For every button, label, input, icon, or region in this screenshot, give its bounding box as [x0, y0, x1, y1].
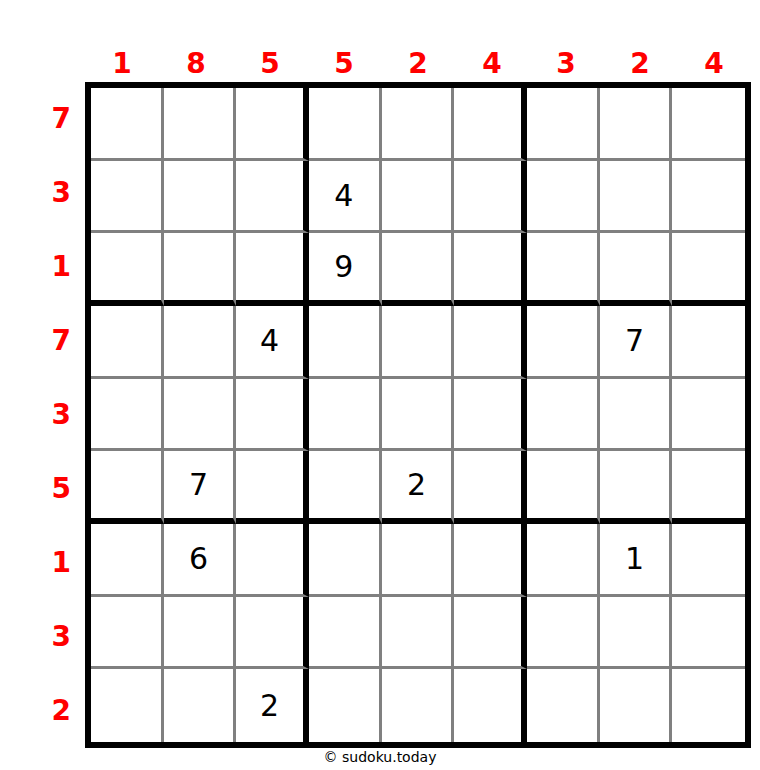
cell-r8c9[interactable]	[672, 597, 745, 670]
cell-r2c3[interactable]	[236, 161, 309, 234]
cell-r8c6[interactable]	[454, 597, 527, 670]
cell-r4c2[interactable]	[164, 306, 237, 379]
cell-r2c7[interactable]	[527, 161, 600, 234]
top-clue-col9: 4	[704, 50, 723, 78]
cell-r3c1[interactable]	[91, 233, 164, 306]
given-cell-r6c5[interactable]: 2	[382, 451, 455, 524]
cell-r1c6[interactable]	[454, 88, 527, 161]
cell-r3c7[interactable]	[527, 233, 600, 306]
cell-r1c1[interactable]	[91, 88, 164, 161]
cell-r8c8[interactable]	[600, 597, 673, 670]
cell-r8c5[interactable]	[382, 597, 455, 670]
cell-r5c2[interactable]	[164, 379, 237, 452]
cell-r7c4[interactable]	[309, 524, 382, 597]
top-clue-col7: 3	[556, 50, 575, 78]
cell-r6c8[interactable]	[600, 451, 673, 524]
cell-r5c6[interactable]	[454, 379, 527, 452]
copyright-text: © sudoku.today	[0, 749, 760, 765]
top-clue-col8: 2	[630, 50, 649, 78]
given-cell-r7c8[interactable]: 1	[600, 524, 673, 597]
cell-r7c9[interactable]	[672, 524, 745, 597]
cell-r2c9[interactable]	[672, 161, 745, 234]
cell-r8c2[interactable]	[164, 597, 237, 670]
cell-r2c5[interactable]	[382, 161, 455, 234]
left-clue-row4: 7	[52, 327, 71, 355]
cell-r2c1[interactable]	[91, 161, 164, 234]
cell-r9c1[interactable]	[91, 669, 164, 742]
given-cell-r2c4[interactable]: 4	[309, 161, 382, 234]
cell-r5c3[interactable]	[236, 379, 309, 452]
left-clue-row3: 1	[52, 253, 71, 281]
cell-r3c3[interactable]	[236, 233, 309, 306]
top-clue-col6: 4	[482, 50, 501, 78]
cell-r4c5[interactable]	[382, 306, 455, 379]
top-clue-col3: 5	[260, 50, 279, 78]
cell-r9c6[interactable]	[454, 669, 527, 742]
left-clue-row1: 7	[52, 105, 71, 133]
cell-r9c4[interactable]	[309, 669, 382, 742]
cell-r8c7[interactable]	[527, 597, 600, 670]
cell-r7c6[interactable]	[454, 524, 527, 597]
top-clue-col1: 1	[112, 50, 131, 78]
cell-r9c2[interactable]	[164, 669, 237, 742]
given-cell-r3c4[interactable]: 9	[309, 233, 382, 306]
cell-r6c1[interactable]	[91, 451, 164, 524]
cell-r9c9[interactable]	[672, 669, 745, 742]
cell-r8c3[interactable]	[236, 597, 309, 670]
given-cell-r9c3[interactable]: 2	[236, 669, 309, 742]
cell-r4c7[interactable]	[527, 306, 600, 379]
cell-r1c2[interactable]	[164, 88, 237, 161]
cell-r3c9[interactable]	[672, 233, 745, 306]
cell-r7c1[interactable]	[91, 524, 164, 597]
cell-r1c9[interactable]	[672, 88, 745, 161]
cell-r1c5[interactable]	[382, 88, 455, 161]
left-clue-row7: 1	[52, 549, 71, 577]
cell-r6c6[interactable]	[454, 451, 527, 524]
cell-r5c7[interactable]	[527, 379, 600, 452]
cell-r3c2[interactable]	[164, 233, 237, 306]
cell-r5c4[interactable]	[309, 379, 382, 452]
cell-r3c5[interactable]	[382, 233, 455, 306]
cell-r9c7[interactable]	[527, 669, 600, 742]
cell-r4c1[interactable]	[91, 306, 164, 379]
cell-r4c6[interactable]	[454, 306, 527, 379]
left-clue-row5: 3	[52, 401, 71, 429]
cell-r8c4[interactable]	[309, 597, 382, 670]
top-clue-col2: 8	[186, 50, 205, 78]
cell-r2c2[interactable]	[164, 161, 237, 234]
given-cell-r4c8[interactable]: 7	[600, 306, 673, 379]
cell-r5c5[interactable]	[382, 379, 455, 452]
cell-r1c8[interactable]	[600, 88, 673, 161]
cell-r2c8[interactable]	[600, 161, 673, 234]
left-clue-row9: 2	[52, 697, 71, 725]
top-clue-col4: 5	[334, 50, 353, 78]
cell-r3c6[interactable]	[454, 233, 527, 306]
given-cell-r4c3[interactable]: 4	[236, 306, 309, 379]
cell-r6c3[interactable]	[236, 451, 309, 524]
cell-r6c9[interactable]	[672, 451, 745, 524]
cell-r4c4[interactable]	[309, 306, 382, 379]
cell-r9c5[interactable]	[382, 669, 455, 742]
given-cell-r7c2[interactable]: 6	[164, 524, 237, 597]
left-clue-row6: 5	[52, 475, 71, 503]
given-cell-r6c2[interactable]: 7	[164, 451, 237, 524]
cell-r1c4[interactable]	[309, 88, 382, 161]
cell-r1c3[interactable]	[236, 88, 309, 161]
cell-r7c5[interactable]	[382, 524, 455, 597]
cell-r2c6[interactable]	[454, 161, 527, 234]
left-clue-row2: 3	[52, 179, 71, 207]
cell-r4c9[interactable]	[672, 306, 745, 379]
cell-r1c7[interactable]	[527, 88, 600, 161]
left-clue-row8: 3	[52, 623, 71, 651]
top-clue-row: 185524324	[85, 42, 751, 78]
cell-r9c8[interactable]	[600, 669, 673, 742]
cell-r6c7[interactable]	[527, 451, 600, 524]
cell-r3c8[interactable]	[600, 233, 673, 306]
cell-r5c8[interactable]	[600, 379, 673, 452]
cell-r8c1[interactable]	[91, 597, 164, 670]
cell-r6c4[interactable]	[309, 451, 382, 524]
left-clue-column: 731735132	[0, 82, 78, 748]
cell-r5c9[interactable]	[672, 379, 745, 452]
sudoku-board: 494772612	[85, 82, 751, 748]
cell-r7c3[interactable]	[236, 524, 309, 597]
cell-r5c1[interactable]	[91, 379, 164, 452]
top-clue-col5: 2	[408, 50, 427, 78]
cell-r7c7[interactable]	[527, 524, 600, 597]
